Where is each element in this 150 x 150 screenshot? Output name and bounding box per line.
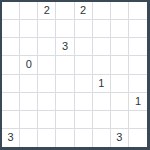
cell-r5c5[interactable]	[75, 75, 93, 93]
cell-r8c8[interactable]	[129, 129, 147, 147]
cell-r5c1[interactable]	[2, 75, 20, 93]
cell-r3c7[interactable]	[111, 38, 129, 56]
cell-r6c2[interactable]	[20, 93, 38, 111]
cell-r1c2[interactable]	[20, 2, 38, 20]
cell-r6c4[interactable]	[56, 93, 74, 111]
cell-r1c3[interactable]: 2	[38, 2, 56, 20]
cell-r5c4[interactable]	[56, 75, 74, 93]
cell-r8c7[interactable]: 3	[111, 129, 129, 147]
cell-r1c5[interactable]: 2	[75, 2, 93, 20]
cell-r1c4[interactable]	[56, 2, 74, 20]
cell-r4c1[interactable]	[2, 56, 20, 74]
cell-r3c4[interactable]: 3	[56, 38, 74, 56]
cell-r6c1[interactable]	[2, 93, 20, 111]
cell-r8c6[interactable]	[93, 129, 111, 147]
cell-r5c8[interactable]	[129, 75, 147, 93]
cell-r2c6[interactable]	[93, 20, 111, 38]
cell-r7c8[interactable]	[129, 111, 147, 129]
cell-r5c7[interactable]	[111, 75, 129, 93]
cell-r5c6[interactable]: 1	[93, 75, 111, 93]
cell-r2c2[interactable]	[20, 20, 38, 38]
clue-number: 3	[116, 132, 122, 143]
cell-r4c6[interactable]	[93, 56, 111, 74]
cell-r3c6[interactable]	[93, 38, 111, 56]
cell-r4c4[interactable]	[56, 56, 74, 74]
clue-number: 2	[80, 5, 86, 16]
cell-r7c4[interactable]	[56, 111, 74, 129]
cell-r2c7[interactable]	[111, 20, 129, 38]
cell-r2c4[interactable]	[56, 20, 74, 38]
cell-r1c6[interactable]	[93, 2, 111, 20]
cell-r6c8[interactable]: 1	[129, 93, 147, 111]
cell-r7c6[interactable]	[93, 111, 111, 129]
cell-r4c8[interactable]	[129, 56, 147, 74]
cell-r4c3[interactable]	[38, 56, 56, 74]
cell-r1c8[interactable]	[129, 2, 147, 20]
cell-r2c1[interactable]	[2, 20, 20, 38]
cell-r3c3[interactable]	[38, 38, 56, 56]
cell-r4c5[interactable]	[75, 56, 93, 74]
cell-r8c1[interactable]: 3	[2, 129, 20, 147]
cell-r7c7[interactable]	[111, 111, 129, 129]
cell-r1c1[interactable]	[2, 2, 20, 20]
cell-r7c3[interactable]	[38, 111, 56, 129]
cell-r1c7[interactable]	[111, 2, 129, 20]
cell-r8c2[interactable]	[20, 129, 38, 147]
cell-r5c3[interactable]	[38, 75, 56, 93]
cell-r6c3[interactable]	[38, 93, 56, 111]
cell-r3c2[interactable]	[20, 38, 38, 56]
cell-r2c8[interactable]	[129, 20, 147, 38]
cell-r2c5[interactable]	[75, 20, 93, 38]
cell-r6c7[interactable]	[111, 93, 129, 111]
cell-r5c2[interactable]	[20, 75, 38, 93]
cell-r8c3[interactable]	[38, 129, 56, 147]
clue-number: 1	[98, 78, 104, 89]
cell-r7c5[interactable]	[75, 111, 93, 129]
clue-number: 3	[8, 132, 14, 143]
cell-r3c5[interactable]	[75, 38, 93, 56]
clue-number: 3	[62, 41, 68, 52]
puzzle-board: 22301133	[0, 0, 150, 150]
cell-r2c3[interactable]	[38, 20, 56, 38]
cell-r3c1[interactable]	[2, 38, 20, 56]
clue-number: 2	[44, 5, 50, 16]
cell-r7c1[interactable]	[2, 111, 20, 129]
cell-r8c5[interactable]	[75, 129, 93, 147]
cell-r3c8[interactable]	[129, 38, 147, 56]
clue-number: 1	[135, 96, 141, 107]
clue-number: 0	[26, 59, 32, 70]
cell-r4c2[interactable]: 0	[20, 56, 38, 74]
cell-r8c4[interactable]	[56, 129, 74, 147]
cell-r6c6[interactable]	[93, 93, 111, 111]
cell-r7c2[interactable]	[20, 111, 38, 129]
cell-r6c5[interactable]	[75, 93, 93, 111]
cell-r4c7[interactable]	[111, 56, 129, 74]
